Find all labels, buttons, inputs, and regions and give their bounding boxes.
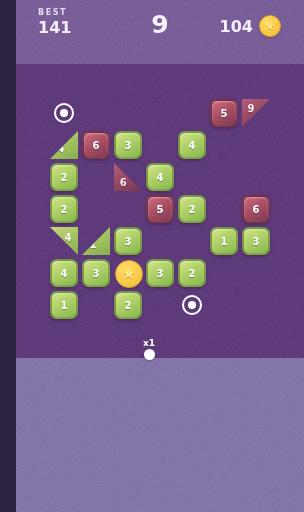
green-triangle-brick: 4 (50, 131, 78, 159)
brick-hit-count: 9 (247, 102, 254, 113)
red-brick: 6 (242, 195, 270, 223)
brick-hit-count: 2 (189, 204, 196, 215)
brick-hit-count: 5 (221, 108, 228, 119)
extra-ball-powerup-icon (182, 295, 202, 315)
brick-hit-count: 1 (221, 236, 228, 247)
brick-hit-count: 3 (157, 268, 164, 279)
brick-hit-count: 5 (157, 204, 164, 215)
brick-hit-count: 3 (125, 236, 132, 247)
coin-icon: ★ (259, 15, 281, 37)
green-brick: 2 (178, 195, 206, 223)
brick-hit-count: 6 (93, 140, 100, 151)
brick-hit-count: 6 (253, 204, 260, 215)
star-icon: ★ (122, 266, 136, 282)
green-brick: 3 (114, 227, 142, 255)
red-brick: 5 (146, 195, 174, 223)
coin-count: 104 (220, 17, 253, 36)
brick-hit-count: 6 (120, 177, 127, 188)
red-triangle-brick: 6 (114, 163, 142, 191)
green-brick: 3 (82, 259, 110, 287)
green-brick: 3 (242, 227, 270, 255)
brick-hit-count: 1 (89, 239, 96, 250)
app-root: BEST 141 9 104 ★ 59463426425264131343321… (16, 0, 304, 512)
brick-hit-count: 1 (61, 300, 68, 311)
launcher-ball (144, 349, 155, 360)
red-brick: 6 (82, 131, 110, 159)
star-icon: ★ (265, 20, 276, 32)
green-brick: 1 (210, 227, 238, 255)
green-brick: 1 (50, 291, 78, 319)
brick-hit-count: 4 (157, 172, 164, 183)
green-brick: 3 (146, 259, 174, 287)
coin-counter: 104 ★ (220, 15, 281, 37)
green-brick: 2 (114, 291, 142, 319)
game-board[interactable]: 594634264252641313433212★ (16, 64, 304, 358)
brick-hit-count: 3 (253, 236, 260, 247)
green-triangle-brick: 4 (50, 227, 78, 255)
brick-hit-count: 4 (189, 140, 196, 151)
brick-hit-count: 4 (61, 268, 68, 279)
brick-hit-count: 2 (61, 204, 68, 215)
ball-multiplier-label: x1 (143, 338, 155, 348)
green-brick: 2 (50, 163, 78, 191)
green-brick: 4 (146, 163, 174, 191)
brick-hit-count: 2 (125, 300, 132, 311)
brick-hit-count: 4 (57, 143, 64, 154)
brick-hit-count: 4 (64, 231, 71, 242)
brick-hit-count: 2 (189, 268, 196, 279)
green-brick: 2 (50, 195, 78, 223)
coin-pickup-icon: ★ (115, 260, 143, 288)
red-brick: 5 (210, 99, 238, 127)
green-brick: 4 (50, 259, 78, 287)
brick-hit-count: 3 (125, 140, 132, 151)
green-triangle-brick: 1 (82, 227, 110, 255)
header-bar: BEST 141 9 104 ★ (16, 0, 304, 64)
brick-hit-count: 3 (93, 268, 100, 279)
green-brick: 3 (114, 131, 142, 159)
green-brick: 4 (178, 131, 206, 159)
brick-hit-count: 2 (61, 172, 68, 183)
green-brick: 2 (178, 259, 206, 287)
extra-ball-powerup-icon (54, 103, 74, 123)
red-triangle-brick: 9 (242, 99, 270, 127)
